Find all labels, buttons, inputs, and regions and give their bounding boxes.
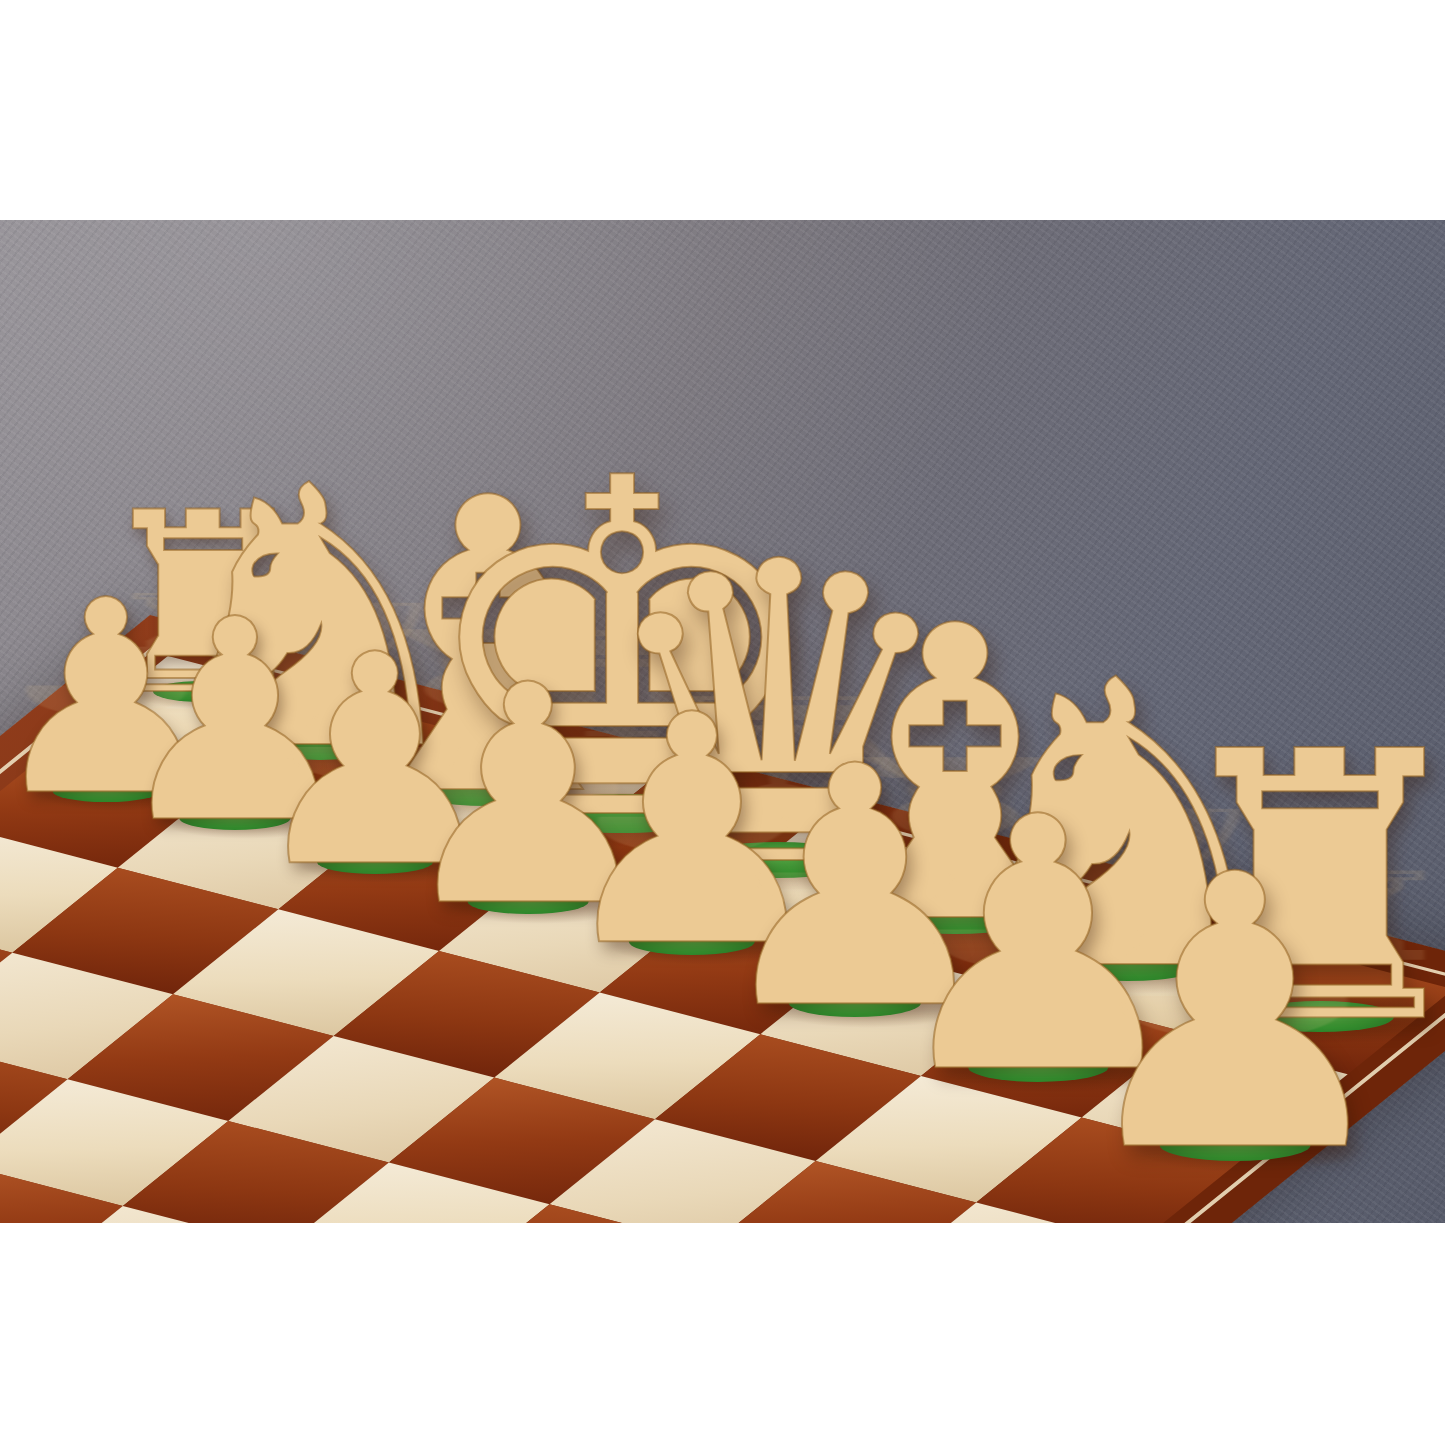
photo-area: ♜♜♞♞♝♝♟♟♚♚♟♟♛♛♟♟♟♟♝♝♟♟♞♞♟♟♜♜♟♟♟♟ [0, 220, 1445, 1223]
pieces-layer: ♜♜♞♞♝♝♟♟♚♚♟♟♛♛♟♟♟♟♝♝♟♟♞♞♟♟♜♜♟♟♟♟ [0, 220, 1445, 1223]
pawn-icon: ♟ [1066, 826, 1404, 1203]
top-white-band [0, 0, 1445, 220]
product-photo-canvas: ♜♜♞♞♝♝♟♟♚♚♟♟♛♛♟♟♟♟♝♝♟♟♞♞♟♟♜♜♟♟♟♟ [0, 0, 1445, 1445]
bottom-white-band [0, 1223, 1445, 1445]
